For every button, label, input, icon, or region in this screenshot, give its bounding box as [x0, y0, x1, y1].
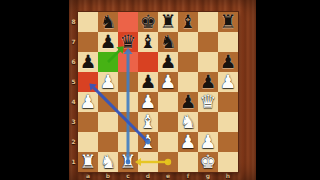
square-a8[interactable]	[78, 12, 98, 32]
file-label-e: e	[158, 171, 178, 180]
piece-white-n-f3[interactable]: ♞	[180, 112, 197, 132]
rank-label-6: 6	[69, 52, 78, 72]
piece-white-p-e5[interactable]: ♟	[160, 72, 177, 92]
square-a4[interactable]: ♟	[78, 92, 98, 112]
piece-white-b-d2[interactable]: ♝	[140, 132, 157, 152]
square-b6[interactable]	[98, 52, 118, 72]
square-f6[interactable]	[178, 52, 198, 72]
file-labels: abcdefgh	[78, 171, 238, 180]
square-c7[interactable]: ♛	[118, 32, 138, 52]
piece-black-p-h6[interactable]: ♟	[220, 52, 237, 72]
chess-board[interactable]: ♞♚♜♝♜♟♛♝♞♟♟♟♟♟♟♟♟♟♟♟♛♝♞♝♟♟♜♞♜♚	[78, 12, 238, 172]
square-g1[interactable]: ♚	[198, 152, 218, 172]
square-e7[interactable]: ♞	[158, 32, 178, 52]
square-g3[interactable]	[198, 112, 218, 132]
piece-black-n-b8[interactable]: ♞	[100, 12, 117, 32]
square-e2[interactable]	[158, 132, 178, 152]
piece-black-b-d7[interactable]: ♝	[140, 32, 157, 52]
piece-black-p-d5[interactable]: ♟	[140, 72, 157, 92]
piece-white-p-b5[interactable]: ♟	[100, 72, 117, 92]
square-d7[interactable]: ♝	[138, 32, 158, 52]
square-a7[interactable]	[78, 32, 98, 52]
file-label-b: b	[98, 171, 118, 180]
square-c4[interactable]	[118, 92, 138, 112]
square-a6[interactable]: ♟	[78, 52, 98, 72]
piece-white-k-g1[interactable]: ♚	[200, 152, 217, 172]
square-d5[interactable]: ♟	[138, 72, 158, 92]
piece-white-b-d3[interactable]: ♝	[140, 112, 157, 132]
square-h7[interactable]	[218, 32, 238, 52]
file-label-c: c	[118, 171, 138, 180]
piece-black-b-f8[interactable]: ♝	[180, 12, 197, 32]
rank-label-7: 7	[69, 32, 78, 52]
square-e5[interactable]: ♟	[158, 72, 178, 92]
square-e1[interactable]	[158, 152, 178, 172]
rank-label-1: 1	[69, 152, 78, 172]
square-e8[interactable]: ♜	[158, 12, 178, 32]
square-c6[interactable]	[118, 52, 138, 72]
file-label-d: d	[138, 171, 158, 180]
piece-black-n-e7[interactable]: ♞	[160, 32, 177, 52]
square-h2[interactable]	[218, 132, 238, 152]
piece-black-p-a6[interactable]: ♟	[80, 52, 97, 72]
square-b2[interactable]	[98, 132, 118, 152]
square-a3[interactable]	[78, 112, 98, 132]
piece-white-r-a1[interactable]: ♜	[80, 152, 97, 172]
square-h3[interactable]	[218, 112, 238, 132]
square-c1[interactable]: ♜	[118, 152, 138, 172]
piece-white-p-h5[interactable]: ♟	[220, 72, 237, 92]
file-label-f: f	[178, 171, 198, 180]
square-b7[interactable]: ♟	[98, 32, 118, 52]
square-g6[interactable]	[198, 52, 218, 72]
square-b3[interactable]	[98, 112, 118, 132]
square-b4[interactable]	[98, 92, 118, 112]
rank-label-5: 5	[69, 72, 78, 92]
square-d6[interactable]	[138, 52, 158, 72]
square-f7[interactable]	[178, 32, 198, 52]
square-e3[interactable]	[158, 112, 178, 132]
square-f2[interactable]: ♟	[178, 132, 198, 152]
piece-black-p-f4[interactable]: ♟	[180, 92, 197, 112]
square-d3[interactable]: ♝	[138, 112, 158, 132]
rank-labels: 87654321	[69, 12, 78, 172]
letterbox-left	[0, 0, 69, 180]
square-a2[interactable]	[78, 132, 98, 152]
square-f8[interactable]: ♝	[178, 12, 198, 32]
piece-white-p-a4[interactable]: ♟	[80, 92, 97, 112]
square-d2[interactable]: ♝	[138, 132, 158, 152]
square-b8[interactable]: ♞	[98, 12, 118, 32]
square-h1[interactable]	[218, 152, 238, 172]
square-c2[interactable]	[118, 132, 138, 152]
square-d4[interactable]: ♟	[138, 92, 158, 112]
square-c8[interactable]	[118, 12, 138, 32]
piece-white-p-f2[interactable]: ♟	[180, 132, 197, 152]
file-label-g: g	[198, 171, 218, 180]
square-c5[interactable]	[118, 72, 138, 92]
square-f3[interactable]: ♞	[178, 112, 198, 132]
piece-black-p-g5[interactable]: ♟	[200, 72, 217, 92]
square-e4[interactable]	[158, 92, 178, 112]
square-g2[interactable]: ♟	[198, 132, 218, 152]
square-g5[interactable]: ♟	[198, 72, 218, 92]
piece-black-k-d8[interactable]: ♚	[140, 12, 157, 32]
piece-white-q-g4[interactable]: ♛	[200, 92, 217, 112]
piece-white-n-b1[interactable]: ♞	[100, 152, 117, 172]
video-frame: 87654321 abcdefgh ♞♚♜♝♜♟♛♝♞♟♟♟♟♟♟♟♟♟♟♟♛♝…	[0, 0, 320, 180]
square-g7[interactable]	[198, 32, 218, 52]
piece-black-r-e8[interactable]: ♜	[160, 12, 177, 32]
rank-label-8: 8	[69, 12, 78, 32]
square-c3[interactable]	[118, 112, 138, 132]
piece-black-p-b7[interactable]: ♟	[100, 32, 117, 52]
letterbox-right	[256, 0, 320, 180]
square-e6[interactable]: ♟	[158, 52, 178, 72]
piece-black-q-c7[interactable]: ♛	[120, 32, 137, 52]
square-b1[interactable]: ♞	[98, 152, 118, 172]
square-d8[interactable]: ♚	[138, 12, 158, 32]
piece-black-p-e6[interactable]: ♟	[160, 52, 177, 72]
piece-white-p-g2[interactable]: ♟	[200, 132, 217, 152]
file-label-h: h	[218, 171, 238, 180]
square-g4[interactable]: ♛	[198, 92, 218, 112]
square-a1[interactable]: ♜	[78, 152, 98, 172]
square-h4[interactable]	[218, 92, 238, 112]
square-f4[interactable]: ♟	[178, 92, 198, 112]
square-h5[interactable]: ♟	[218, 72, 238, 92]
rank-label-3: 3	[69, 112, 78, 132]
rank-label-2: 2	[69, 132, 78, 152]
square-h6[interactable]: ♟	[218, 52, 238, 72]
piece-black-r-h8[interactable]: ♜	[220, 12, 237, 32]
piece-white-p-d4[interactable]: ♟	[140, 92, 157, 112]
piece-white-r-c1[interactable]: ♜	[120, 152, 137, 172]
square-b5[interactable]: ♟	[98, 72, 118, 92]
file-label-a: a	[78, 171, 98, 180]
square-d1[interactable]	[138, 152, 158, 172]
rank-label-4: 4	[69, 92, 78, 112]
square-g8[interactable]	[198, 12, 218, 32]
square-a5[interactable]	[78, 72, 98, 92]
square-f5[interactable]	[178, 72, 198, 92]
square-f1[interactable]	[178, 152, 198, 172]
square-h8[interactable]: ♜	[218, 12, 238, 32]
